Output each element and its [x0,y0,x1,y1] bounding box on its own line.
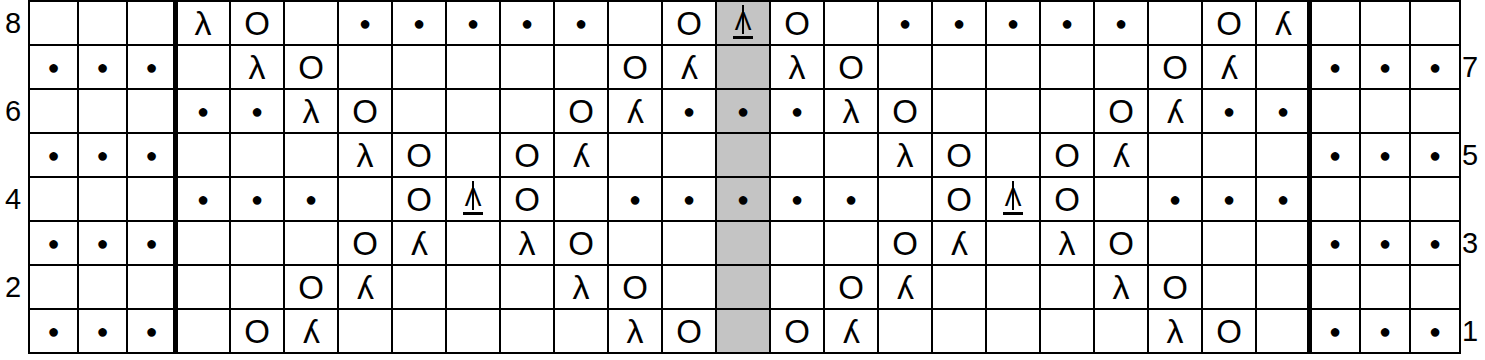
purl-dot: ● [629,189,641,209]
purl-dot: ● [953,13,965,33]
yarn-over-circle: O [784,315,810,348]
chart-cell-r4-c16: ● [825,178,877,220]
chart-cell-r5-c19 [987,134,1039,176]
chart-cell-r6-c2 [79,90,126,132]
chart-cell-r7-c24 [1257,46,1309,88]
chart-cell-r8-c5: O [231,2,283,44]
yarn-over-circle: O [352,227,378,260]
chart-cell-r1-c10 [501,310,553,352]
yarn-over-circle: O [244,315,270,348]
chart-cell-r8-c8: ● [393,2,445,44]
purl-dot: ● [251,189,263,209]
chart-cell-r2-c1 [30,266,77,308]
chart-cell-r6-c14: ● [717,90,769,132]
chart-cell-r4-c24: ● [1257,178,1309,220]
chart-cell-r8-c16 [825,2,877,44]
right-leaning-decrease-mirrored-lambda: λ [411,226,428,260]
chart-cell-r7-c8 [393,46,445,88]
purl-dot: ● [575,13,587,33]
purl-dot: ● [1379,57,1391,77]
yarn-over-circle: O [406,139,432,172]
chart-cell-r5-c15 [771,134,823,176]
yarn-over-circle: O [1216,7,1242,40]
left-leaning-decrease-lambda: λ [897,138,914,172]
chart-cell-r2-c14 [717,266,769,308]
purl-dot: ● [1223,101,1235,121]
chart-cell-r3-c25: ● [1311,222,1359,264]
chart-cell-r1-c14 [717,310,769,352]
purl-dot: ● [683,189,695,209]
purl-dot: ● [197,101,209,121]
yarn-over-circle: O [1216,315,1242,348]
chart-cell-r3-c16 [825,222,877,264]
chart-cell-r7-c14 [717,46,769,88]
chart-cell-r6-c13: ● [663,90,715,132]
chart-cell-r4-c11 [555,178,607,220]
yarn-over-circle: O [514,139,540,172]
chart-cell-r3-c7: O [339,222,391,264]
chart-cell-r1-c19 [987,310,1039,352]
chart-cell-r2-c10 [501,266,553,308]
row-label-6: 6 [0,90,26,132]
purl-dot: ● [413,13,425,33]
left-leaning-decrease-lambda: λ [195,6,212,40]
chart-cell-r7-c21 [1095,46,1147,88]
chart-cell-r5-c23 [1203,134,1255,176]
left-leaning-decrease-lambda: λ [843,94,860,128]
chart-cell-r7-c2: ● [79,46,126,88]
chart-cell-r8-c9: ● [447,2,499,44]
chart-cell-r4-c20: O [1041,178,1093,220]
yarn-over-circle: O [676,7,702,40]
chart-cell-r6-c22: λ [1149,90,1201,132]
chart-cell-r1-c4 [177,310,229,352]
pattern-separator-line-left [173,2,178,352]
chart-cell-r8-c19: ● [987,2,1039,44]
yarn-over-circle: O [946,183,972,216]
chart-cell-r6-c5: ● [231,90,283,132]
purl-dot: ● [791,189,803,209]
right-leaning-decrease-mirrored-lambda: λ [627,94,644,128]
chart-cell-r5-c21: λ [1095,134,1147,176]
right-leaning-decrease-mirrored-lambda: λ [1113,138,1130,172]
purl-dot: ● [1061,13,1073,33]
purl-dot: ● [899,13,911,33]
chart-cell-r4-c19: Λ [987,178,1039,220]
chart-cell-r6-c23: ● [1203,90,1255,132]
yarn-over-circle: O [838,51,864,84]
chart-cell-r2-c9 [447,266,499,308]
purl-dot: ● [1115,13,1127,33]
chart-cell-r5-c6 [285,134,337,176]
chart-cell-r2-c2 [79,266,126,308]
chart-cell-r8-c27 [1411,2,1459,44]
chart-cell-r8-c18: ● [933,2,985,44]
purl-dot: ● [96,145,108,165]
left-leaning-decrease-lambda: λ [357,138,374,172]
yarn-over-circle: O [298,51,324,84]
chart-cell-r1-c11 [555,310,607,352]
chart-cell-r8-c24: λ [1257,2,1309,44]
chart-cell-r8-c1 [30,2,77,44]
chart-cell-r8-c25 [1311,2,1359,44]
chart-cell-r3-c4 [177,222,229,264]
chart-cell-r1-c20 [1041,310,1093,352]
chart-cell-r8-c23: O [1203,2,1255,44]
chart-cell-r7-c23: λ [1203,46,1255,88]
chart-cell-r8-c11: ● [555,2,607,44]
right-leaning-decrease-mirrored-lambda: λ [1167,94,1184,128]
chart-cell-r1-c23: O [1203,310,1255,352]
chart-cell-r2-c18 [933,266,985,308]
chart-cell-r4-c22: ● [1149,178,1201,220]
chart-cell-r1-c15: O [771,310,823,352]
chart-cell-r5-c22 [1149,134,1201,176]
left-leaning-decrease-lambda: λ [1059,226,1076,260]
yarn-over-circle: O [1054,183,1080,216]
chart-cell-r6-c26 [1361,90,1409,132]
chart-cell-r5-c3: ● [128,134,175,176]
chart-cell-r2-c25 [1311,266,1359,308]
purl-dot: ● [47,145,59,165]
chart-cell-r4-c23: ● [1203,178,1255,220]
yarn-over-circle: O [1162,271,1188,304]
purl-dot: ● [1329,145,1341,165]
chart-cell-r3-c22 [1149,222,1201,264]
chart-cell-r6-c21: O [1095,90,1147,132]
chart-cell-r7-c22: O [1149,46,1201,88]
chart-cell-r7-c12: O [609,46,661,88]
chart-cell-r3-c12 [609,222,661,264]
chart-cell-r8-c13: O [663,2,715,44]
chart-cell-r4-c25 [1311,178,1359,220]
chart-cell-r1-c25: ● [1311,310,1359,352]
left-leaning-decrease-lambda: λ [627,314,644,348]
chart-cell-r3-c14 [717,222,769,264]
right-leaning-decrease-mirrored-lambda: λ [1275,6,1292,40]
chart-cell-r3-c23 [1203,222,1255,264]
chart-cell-r2-c22: O [1149,266,1201,308]
chart-cell-r4-c3 [128,178,175,220]
yarn-over-circle: O [784,7,810,40]
chart-cell-r4-c14: ● [717,178,769,220]
chart-cell-r5-c7: λ [339,134,391,176]
chart-cell-r4-c18: O [933,178,985,220]
chart-cell-r8-c7: ● [339,2,391,44]
chart-cell-r7-c3: ● [128,46,175,88]
chart-cell-r4-c15: ● [771,178,823,220]
chart-cell-r8-c20: ● [1041,2,1093,44]
yarn-over-circle: O [298,271,324,304]
chart-cell-r7-c4 [177,46,229,88]
chart-cell-r2-c4 [177,266,229,308]
chart-cell-r3-c5 [231,222,283,264]
purl-dot: ● [359,13,371,33]
chart-cell-r2-c8 [393,266,445,308]
left-leaning-decrease-lambda: λ [519,226,536,260]
chart-cell-r2-c7: λ [339,266,391,308]
chart-cell-r7-c10 [501,46,553,88]
purl-dot: ● [96,57,108,77]
purl-dot: ● [791,101,803,121]
purl-dot: ● [737,101,749,121]
yarn-over-circle: O [514,183,540,216]
yarn-over-circle: O [568,227,594,260]
chart-cell-r7-c17 [879,46,931,88]
yarn-over-circle: O [892,95,918,128]
purl-dot: ● [1223,189,1235,209]
chart-cell-r5-c25: ● [1311,134,1359,176]
chart-cell-r8-c21: ● [1095,2,1147,44]
chart-cell-r5-c17: λ [879,134,931,176]
purl-dot: ● [145,57,157,77]
chart-cell-r6-c20 [1041,90,1093,132]
right-leaning-decrease-mirrored-lambda: λ [843,314,860,348]
chart-cell-r8-c12 [609,2,661,44]
chart-cell-r3-c2: ● [79,222,126,264]
purl-dot: ● [47,233,59,253]
centered-double-decrease-underlined: Λ [463,184,484,215]
chart-cell-r1-c18 [933,310,985,352]
purl-dot: ● [1429,321,1441,341]
chart-cell-r8-c17: ● [879,2,931,44]
chart-cell-r1-c7 [339,310,391,352]
chart-cell-r7-c1: ● [30,46,77,88]
purl-dot: ● [96,233,108,253]
centered-double-decrease-underlined: Λ [1003,184,1024,215]
yarn-over-circle: O [1162,51,1188,84]
chart-cell-r8-c4: λ [177,2,229,44]
chart-cell-r5-c10: O [501,134,553,176]
chart-cell-r2-c3 [128,266,175,308]
chart-cell-r5-c5 [231,134,283,176]
chart-cell-r4-c6: ● [285,178,337,220]
chart-cell-r8-c6 [285,2,337,44]
purl-dot: ● [845,189,857,209]
chart-cell-r3-c24 [1257,222,1309,264]
chart-cell-r7-c9 [447,46,499,88]
chart-cell-r4-c7 [339,178,391,220]
purl-dot: ● [145,233,157,253]
right-leaning-decrease-mirrored-lambda: λ [681,50,698,84]
chart-cell-r6-c19 [987,90,1039,132]
chart-cell-r7-c11 [555,46,607,88]
left-leaning-decrease-lambda: λ [249,50,266,84]
chart-cell-r7-c16: O [825,46,877,88]
chart-cell-r1-c2: ● [79,310,126,352]
purl-dot: ● [467,13,479,33]
chart-cell-r2-c16: O [825,266,877,308]
chart-cell-r6-c9 [447,90,499,132]
purl-dot: ● [47,57,59,77]
row-label-8: 8 [0,2,26,44]
chart-cell-r3-c1: ● [30,222,77,264]
chart-cell-r1-c8 [393,310,445,352]
chart-cell-r6-c15: ● [771,90,823,132]
chart-cell-r5-c20: O [1041,134,1093,176]
chart-cell-r4-c21 [1095,178,1147,220]
chart-cell-r2-c19 [987,266,1039,308]
chart-cell-r2-c12: O [609,266,661,308]
chart-cell-r7-c6: O [285,46,337,88]
chart-cell-r1-c22: λ [1149,310,1201,352]
right-leaning-decrease-mirrored-lambda: λ [303,314,320,348]
purl-dot: ● [197,189,209,209]
chart-cell-r5-c26: ● [1361,134,1409,176]
chart-cell-r1-c21 [1095,310,1147,352]
chart-cell-r2-c5 [231,266,283,308]
purl-dot: ● [521,13,533,33]
purl-dot: ● [1329,233,1341,253]
chart-cell-r6-c24: ● [1257,90,1309,132]
left-leaning-decrease-lambda: λ [1167,314,1184,348]
chart-cell-r5-c9 [447,134,499,176]
chart-cell-r4-c4: ● [177,178,229,220]
row-label-5: 5 [1462,134,1485,176]
chart-cell-r1-c16: λ [825,310,877,352]
chart-cell-r7-c20 [1041,46,1093,88]
chart-cell-r3-c6 [285,222,337,264]
yarn-over-circle: O [676,315,702,348]
chart-cell-r2-c13 [663,266,715,308]
chart-cell-r4-c1 [30,178,77,220]
yarn-over-circle: O [1108,95,1134,128]
right-leaning-decrease-mirrored-lambda: λ [897,270,914,304]
chart-cell-r5-c8: O [393,134,445,176]
chart-cell-r3-c17: O [879,222,931,264]
chart-cell-r2-c23 [1203,266,1255,308]
chart-cell-r2-c11: λ [555,266,607,308]
yarn-over-circle: O [1054,139,1080,172]
chart-cell-r4-c13: ● [663,178,715,220]
chart-cell-r6-c18 [933,90,985,132]
chart-cell-r8-c2 [79,2,126,44]
chart-cell-r3-c27: ● [1411,222,1459,264]
chart-cell-r6-c16: λ [825,90,877,132]
chart-cell-r2-c21: λ [1095,266,1147,308]
right-leaning-decrease-mirrored-lambda: λ [951,226,968,260]
knitting-chart-grid: λO●●●●●OΛO●●●●●Oλ●●●λOOλλOOλ●●●●●λOOλ●●●… [28,0,1461,354]
chart-cell-r7-c26: ● [1361,46,1409,88]
centered-double-decrease-underlined: Λ [733,8,754,39]
chart-cell-r5-c18: O [933,134,985,176]
purl-dot: ● [251,101,263,121]
left-leaning-decrease-lambda: λ [1113,270,1130,304]
chart-cell-r3-c20: λ [1041,222,1093,264]
purl-dot: ● [1379,145,1391,165]
chart-cell-r8-c26 [1361,2,1409,44]
chart-cell-r6-c11: O [555,90,607,132]
purl-dot: ● [305,189,317,209]
purl-dot: ● [1277,189,1289,209]
chart-cell-r7-c18 [933,46,985,88]
chart-cell-r3-c13 [663,222,715,264]
chart-cell-r6-c8 [393,90,445,132]
right-leaning-decrease-mirrored-lambda: λ [357,270,374,304]
purl-dot: ● [1329,57,1341,77]
yarn-over-circle: O [892,227,918,260]
chart-cell-r6-c10 [501,90,553,132]
chart-cell-r1-c13: O [663,310,715,352]
purl-dot: ● [683,101,695,121]
chart-cell-r8-c3 [128,2,175,44]
yarn-over-circle: O [946,139,972,172]
yarn-over-circle: O [622,271,648,304]
purl-dot: ● [1429,57,1441,77]
chart-cell-r7-c15: λ [771,46,823,88]
purl-dot: ● [737,189,749,209]
row-label-1: 1 [1462,310,1485,352]
chart-cell-r7-c5: λ [231,46,283,88]
left-leaning-decrease-lambda: λ [303,94,320,128]
chart-cell-r3-c18: λ [933,222,985,264]
chart-cell-r1-c3: ● [128,310,175,352]
row-label-2: 2 [0,266,26,308]
chart-cell-r3-c21: O [1095,222,1147,264]
chart-cell-r6-c25 [1311,90,1359,132]
chart-cell-r2-c26 [1361,266,1409,308]
chart-cell-r4-c27 [1411,178,1459,220]
chart-cell-r3-c9 [447,222,499,264]
chart-cell-r8-c15: O [771,2,823,44]
chart-cell-r4-c2 [79,178,126,220]
chart-cell-r2-c17: λ [879,266,931,308]
chart-cell-r5-c1: ● [30,134,77,176]
chart-cell-r7-c25: ● [1311,46,1359,88]
right-leaning-decrease-mirrored-lambda: λ [573,138,590,172]
chart-cell-r1-c17 [879,310,931,352]
purl-dot: ● [1169,189,1181,209]
yarn-over-circle: O [244,7,270,40]
chart-cell-r1-c26: ● [1361,310,1409,352]
yarn-over-circle: O [568,95,594,128]
chart-cell-r7-c19 [987,46,1039,88]
chart-cell-r5-c4 [177,134,229,176]
chart-cell-r2-c27 [1411,266,1459,308]
chart-cell-r6-c27 [1411,90,1459,132]
purl-dot: ● [145,321,157,341]
chart-cell-r5-c13 [663,134,715,176]
row-label-3: 3 [1462,222,1485,264]
chart-cell-r5-c24 [1257,134,1309,176]
row-label-7: 7 [1462,46,1485,88]
chart-cell-r3-c11: O [555,222,607,264]
chart-cell-r1-c6: λ [285,310,337,352]
chart-cell-r8-c14: Λ [717,2,769,44]
chart-cell-r5-c27: ● [1411,134,1459,176]
chart-cell-r2-c20 [1041,266,1093,308]
chart-cell-r7-c27: ● [1411,46,1459,88]
chart-cell-r3-c26: ● [1361,222,1409,264]
chart-cell-r3-c8: λ [393,222,445,264]
chart-cell-r8-c22 [1149,2,1201,44]
chart-cell-r1-c24 [1257,310,1309,352]
chart-cell-r4-c26 [1361,178,1409,220]
purl-dot: ● [1379,321,1391,341]
purl-dot: ● [1329,321,1341,341]
chart-cell-r4-c17 [879,178,931,220]
chart-cell-r6-c4: ● [177,90,229,132]
chart-cell-r1-c12: λ [609,310,661,352]
chart-cell-r6-c6: λ [285,90,337,132]
row-label-4: 4 [0,178,26,220]
chart-cell-r5-c12 [609,134,661,176]
yarn-over-circle: O [622,51,648,84]
chart-cell-r4-c9: Λ [447,178,499,220]
purl-dot: ● [1429,233,1441,253]
chart-cell-r6-c17: O [879,90,931,132]
chart-cell-r2-c6: O [285,266,337,308]
